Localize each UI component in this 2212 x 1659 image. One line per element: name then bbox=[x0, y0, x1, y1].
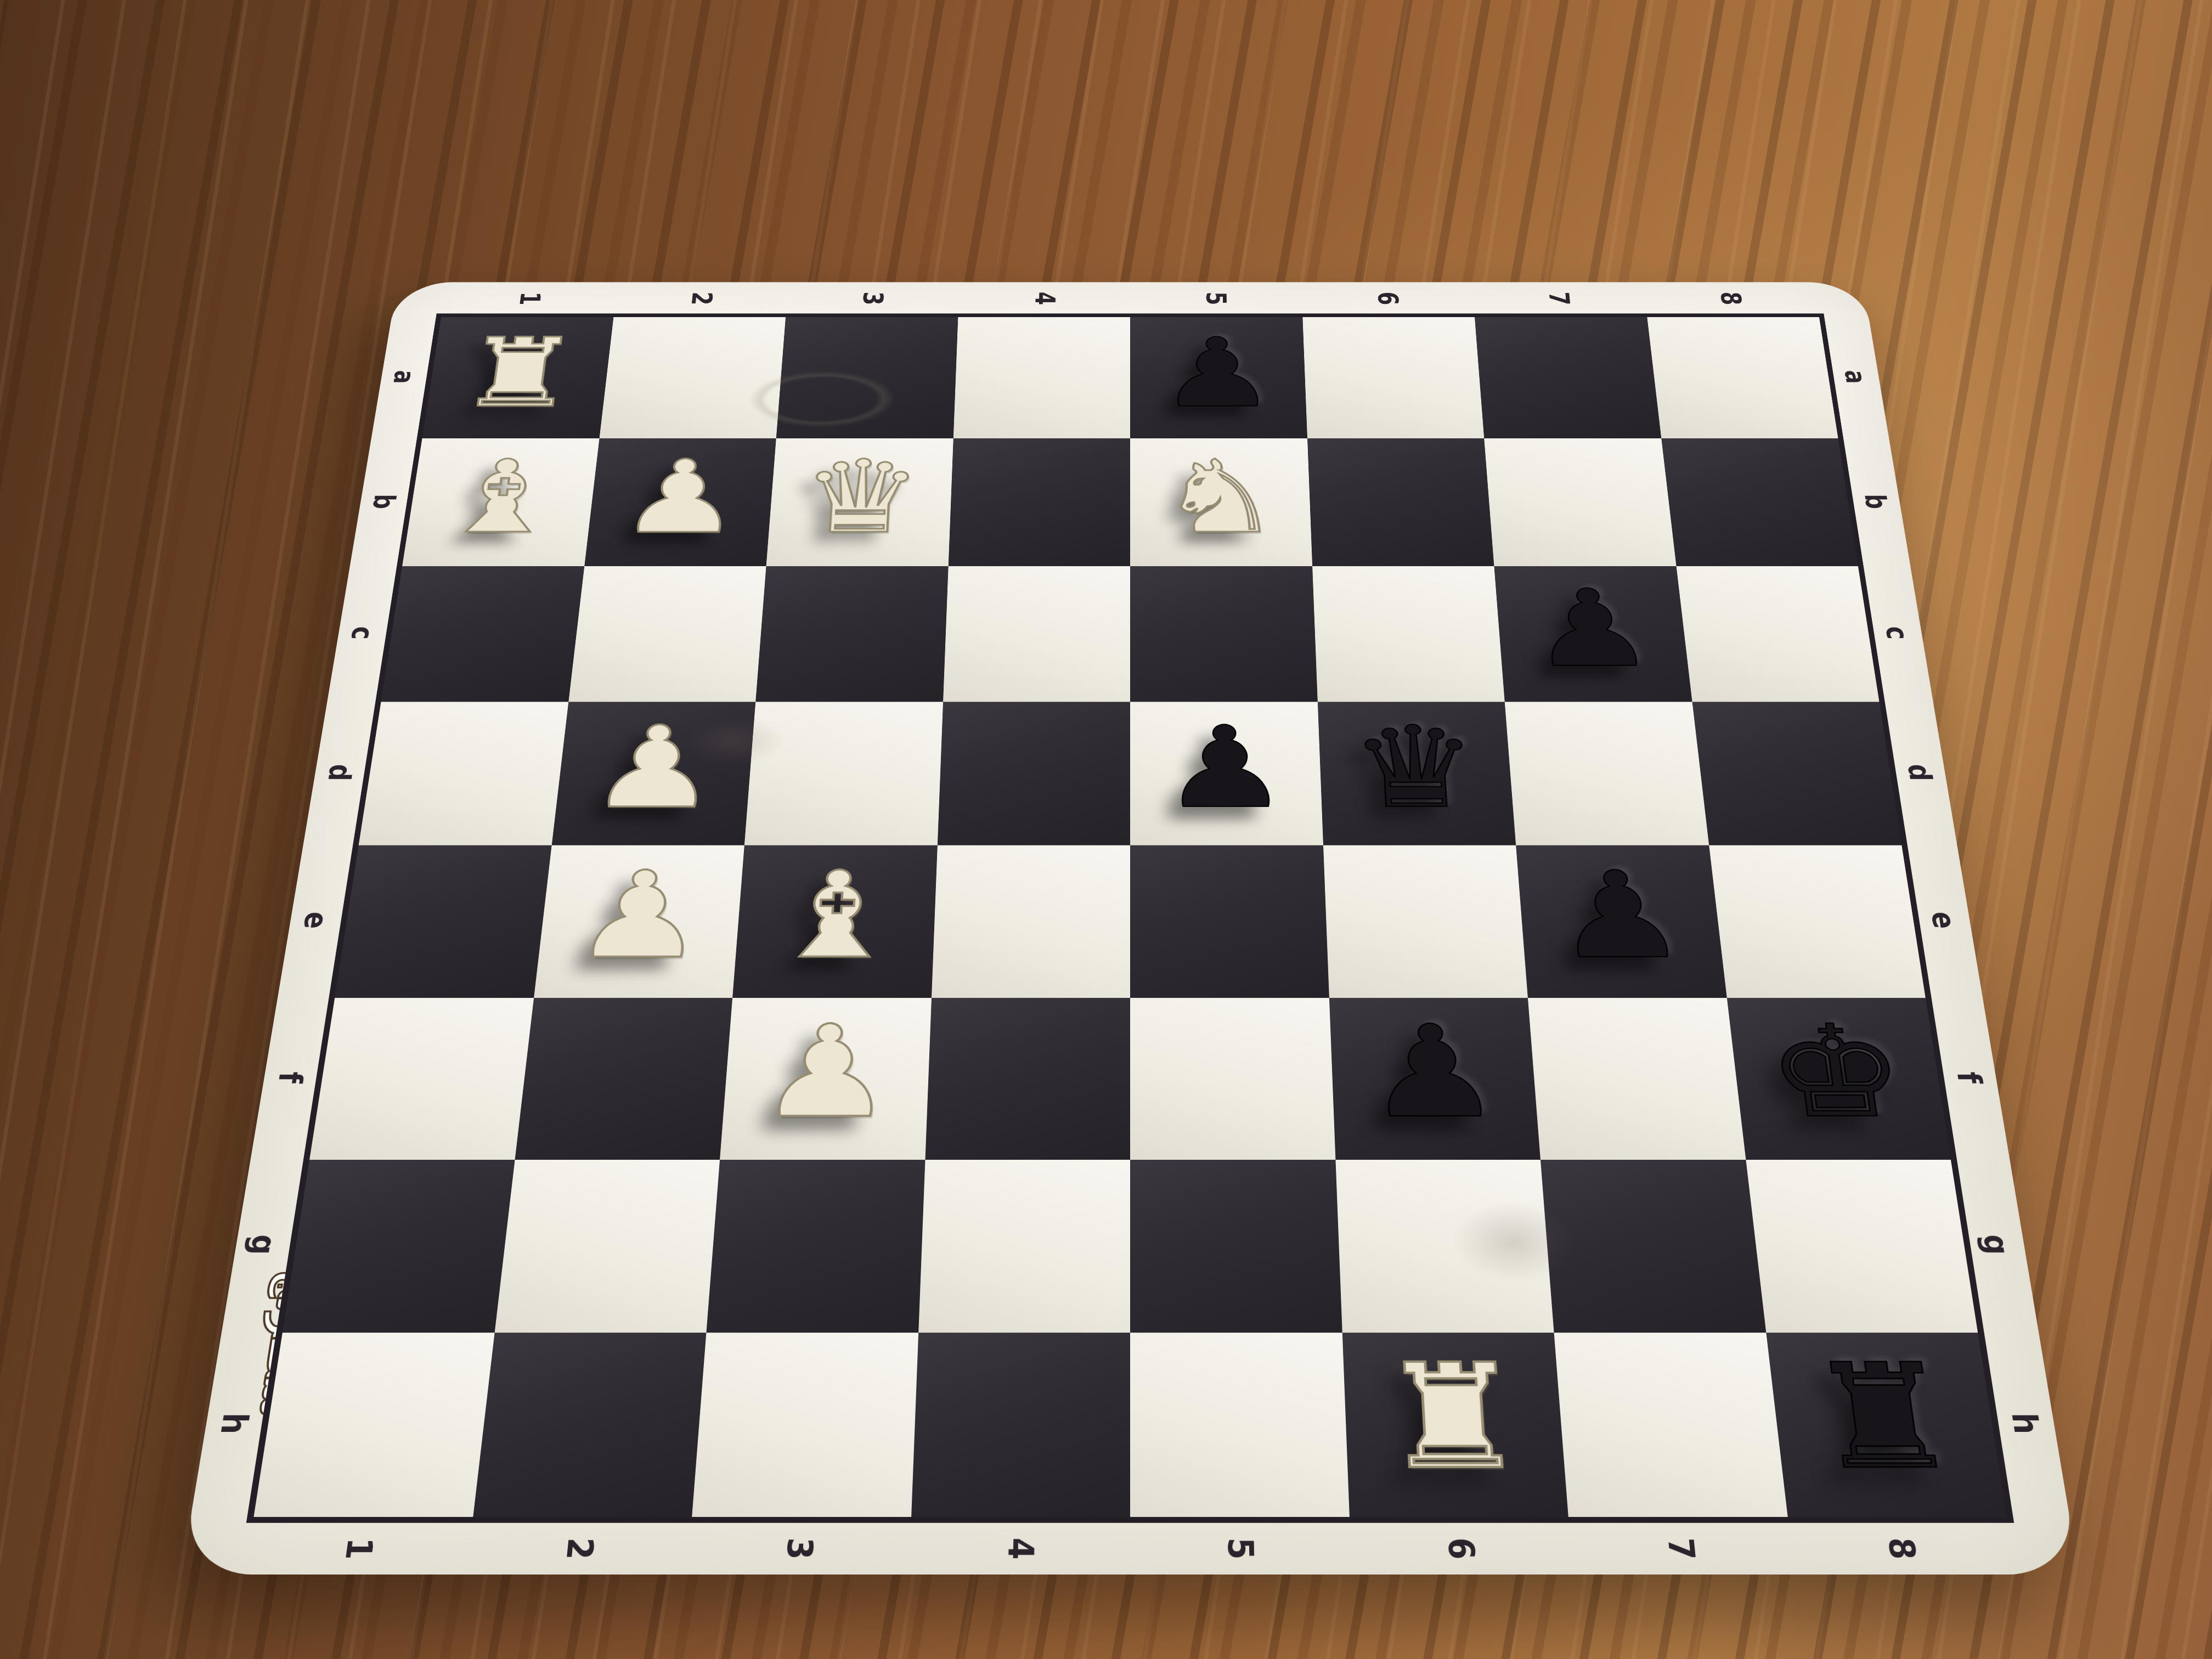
square-a1[interactable]: ♜ bbox=[422, 317, 613, 438]
square-c3[interactable] bbox=[755, 566, 948, 702]
square-g2[interactable] bbox=[494, 1160, 720, 1333]
square-h6[interactable]: ♜ bbox=[1342, 1333, 1568, 1517]
square-d8[interactable] bbox=[1692, 702, 1901, 845]
square-a8[interactable] bbox=[1647, 317, 1838, 438]
piece-wP-b2[interactable]: ♟ bbox=[616, 447, 747, 548]
square-g6[interactable] bbox=[1335, 1160, 1554, 1333]
square-c8[interactable] bbox=[1676, 566, 1879, 702]
square-c1[interactable] bbox=[381, 566, 584, 702]
square-c6[interactable] bbox=[1312, 566, 1505, 702]
square-h7[interactable] bbox=[1554, 1333, 1788, 1517]
rank-labels-bottom: 12345678 bbox=[245, 1526, 2015, 1571]
piece-wQ-b3[interactable]: ♛ bbox=[797, 447, 924, 548]
piece-bP-e7[interactable]: ♟ bbox=[1548, 856, 1692, 975]
square-c4[interactable] bbox=[943, 566, 1130, 702]
piece-bP-f6[interactable]: ♟ bbox=[1362, 1009, 1506, 1136]
square-h1[interactable] bbox=[253, 1333, 494, 1517]
square-f8[interactable]: ♚ bbox=[1726, 997, 1951, 1159]
square-h8[interactable]: ♜ bbox=[1766, 1333, 2007, 1517]
square-e5[interactable] bbox=[1130, 845, 1329, 998]
square-b6[interactable] bbox=[1307, 438, 1494, 566]
square-d1[interactable] bbox=[359, 702, 568, 845]
piece-bR-h8[interactable]: ♜ bbox=[1802, 1345, 1967, 1489]
square-b5[interactable]: ♞ bbox=[1130, 438, 1312, 566]
square-e4[interactable] bbox=[932, 845, 1130, 998]
piece-bP-a5[interactable]: ♟ bbox=[1158, 325, 1278, 420]
vinyl-chess-mat: 12345678 12345678 abcdefgh abcdefgh GamC… bbox=[181, 282, 2079, 1575]
square-e7[interactable]: ♟ bbox=[1516, 845, 1726, 998]
square-g8[interactable] bbox=[1746, 1160, 1978, 1333]
square-a6[interactable] bbox=[1302, 317, 1484, 438]
square-e3[interactable]: ♝ bbox=[732, 845, 937, 998]
square-f4[interactable] bbox=[925, 997, 1130, 1159]
square-b2[interactable]: ♟ bbox=[584, 438, 776, 566]
piece-wP-e2[interactable]: ♟ bbox=[568, 856, 713, 975]
square-a2[interactable] bbox=[599, 317, 786, 438]
square-g4[interactable] bbox=[918, 1160, 1130, 1333]
square-h2[interactable] bbox=[473, 1333, 707, 1517]
square-h4[interactable] bbox=[911, 1333, 1130, 1517]
square-f1[interactable] bbox=[309, 997, 534, 1159]
square-f5[interactable] bbox=[1130, 997, 1335, 1159]
square-f2[interactable] bbox=[515, 997, 732, 1159]
square-f3[interactable]: ♟ bbox=[720, 997, 932, 1159]
square-b3[interactable]: ♛ bbox=[766, 438, 953, 566]
square-a7[interactable] bbox=[1475, 317, 1661, 438]
square-f7[interactable] bbox=[1528, 997, 1746, 1159]
square-g7[interactable] bbox=[1541, 1160, 1766, 1333]
piece-wB-e3[interactable]: ♝ bbox=[766, 856, 905, 975]
square-d2[interactable]: ♟ bbox=[551, 702, 755, 845]
square-d3[interactable] bbox=[744, 702, 943, 845]
square-h3[interactable] bbox=[692, 1333, 918, 1517]
square-d6[interactable]: ♛ bbox=[1317, 702, 1516, 845]
piece-bK-f8[interactable]: ♚ bbox=[1760, 1009, 1914, 1136]
rank-labels-top: 12345678 bbox=[442, 285, 1819, 312]
square-b7[interactable] bbox=[1484, 438, 1676, 566]
piece-bQ-d6[interactable]: ♛ bbox=[1348, 712, 1483, 824]
piece-bP-c7[interactable]: ♟ bbox=[1524, 575, 1660, 681]
square-b8[interactable] bbox=[1661, 438, 1858, 566]
square-f6[interactable]: ♟ bbox=[1329, 997, 1541, 1159]
square-c5[interactable] bbox=[1130, 566, 1317, 702]
square-e1[interactable] bbox=[335, 845, 551, 998]
square-c2[interactable] bbox=[568, 566, 766, 702]
board-frame: ♜♟♝♟♛♞♟♟♟♛♟♝♟♟♟♚♜♜ bbox=[246, 313, 2014, 1522]
piece-wP-d2[interactable]: ♟ bbox=[585, 712, 725, 824]
piece-bP-d5[interactable]: ♟ bbox=[1160, 712, 1291, 824]
square-c7[interactable]: ♟ bbox=[1494, 566, 1692, 702]
square-g3[interactable] bbox=[706, 1160, 925, 1333]
piece-wB-b1[interactable]: ♝ bbox=[435, 447, 569, 548]
square-e2[interactable]: ♟ bbox=[534, 845, 744, 998]
piece-wR-a1[interactable]: ♜ bbox=[453, 325, 584, 420]
square-a3[interactable] bbox=[776, 317, 958, 438]
chess-board[interactable]: ♜♟♝♟♛♞♟♟♟♛♟♝♟♟♟♚♜♜ bbox=[253, 317, 2006, 1517]
square-e6[interactable] bbox=[1323, 845, 1528, 998]
square-a5[interactable]: ♟ bbox=[1130, 317, 1307, 438]
square-e8[interactable] bbox=[1709, 845, 1926, 998]
square-d7[interactable] bbox=[1505, 702, 1709, 845]
piece-wR-h6[interactable]: ♜ bbox=[1377, 1345, 1531, 1489]
square-g5[interactable] bbox=[1130, 1160, 1342, 1333]
square-b4[interactable] bbox=[948, 438, 1130, 566]
square-b1[interactable]: ♝ bbox=[402, 438, 599, 566]
square-d5[interactable]: ♟ bbox=[1130, 702, 1323, 845]
square-a4[interactable] bbox=[953, 317, 1130, 438]
square-d4[interactable] bbox=[937, 702, 1130, 845]
piece-wP-f3[interactable]: ♟ bbox=[754, 1009, 899, 1136]
piece-wN-b5[interactable]: ♞ bbox=[1159, 447, 1282, 548]
square-h5[interactable] bbox=[1130, 1333, 1349, 1517]
square-g1[interactable] bbox=[283, 1160, 515, 1333]
